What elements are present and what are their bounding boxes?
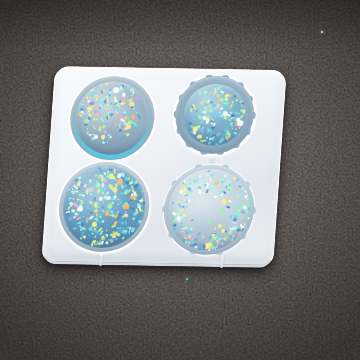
glitter-flake: [106, 141, 108, 143]
glow-sparkle: [122, 99, 127, 103]
glitter-flake: [241, 105, 243, 107]
glitter-flake: [182, 188, 187, 191]
glow-sparkle: [205, 243, 211, 249]
glow-sparkle: [123, 204, 129, 209]
glitter-flake: [171, 201, 174, 204]
glitter-flake: [104, 179, 107, 183]
glow-sparkle: [223, 111, 228, 116]
glitter-flake: [114, 169, 116, 174]
glow-sparkle: [229, 94, 232, 97]
glow-sparkle: [96, 183, 101, 188]
glitter-flake: [96, 241, 97, 244]
glitter-flake: [199, 182, 202, 184]
glow-sparkle: [77, 207, 83, 212]
glitter-flake: [100, 89, 103, 93]
glitter-flake: [187, 240, 191, 244]
glitter-flake: [242, 204, 244, 207]
glitter-flake: [124, 232, 126, 234]
glitter-flake: [115, 185, 117, 187]
glow-sparkle: [197, 134, 201, 138]
glitter-flake: [71, 209, 74, 213]
glitter-flake: [82, 215, 84, 217]
glitter-flake: [212, 104, 216, 107]
glow-sparkle: [117, 174, 122, 178]
glitter-flake: [101, 183, 103, 187]
glitter-flake: [121, 216, 123, 218]
glow-sparkle: [83, 235, 86, 238]
glitter-flake: [98, 127, 101, 132]
glitter-flake: [103, 124, 106, 127]
glitter-flake: [82, 197, 86, 198]
glitter-flake: [204, 184, 207, 187]
glitter-flake: [241, 189, 244, 192]
glow-sparkle: [113, 87, 119, 92]
glitter-flake: [224, 192, 226, 194]
glow-sparkle: [99, 197, 103, 201]
glitter-flake: [68, 216, 71, 220]
glitter-flake: [186, 198, 189, 201]
sprue-channel: [220, 254, 224, 268]
glow-sparkle: [116, 233, 120, 237]
glitter-flake: [224, 173, 226, 176]
glitter-flake: [199, 175, 201, 177]
glitter-flake: [120, 86, 123, 90]
glitter-flake: [182, 192, 186, 194]
photo-scene: [0, 0, 360, 360]
glitter-flake: [202, 177, 204, 180]
glitter-flake: [210, 122, 212, 124]
glitter-flake: [89, 102, 94, 105]
glow-sparkle: [106, 196, 110, 200]
glow-sparkle: [94, 135, 98, 139]
glitter-flake: [104, 108, 107, 111]
mold-cavity-top-right: [170, 72, 260, 157]
glitter-flake: [224, 106, 227, 109]
mold-cavity-bottom-right: [160, 163, 258, 257]
glow-sparkle: [112, 235, 116, 239]
glitter-flake: [72, 197, 74, 200]
glitter-flake: [190, 117, 192, 120]
glitter-flake: [94, 118, 96, 120]
glitter-flake: [235, 179, 238, 182]
glow-sparkle: [117, 180, 123, 186]
glitter-flake: [215, 247, 217, 249]
glitter-flake: [187, 107, 190, 111]
glitter-flake: [229, 215, 232, 218]
mold-cavity-top-left: [65, 73, 159, 162]
glow-sparkle: [176, 217, 181, 221]
glow-sparkle: [87, 106, 92, 111]
glitter-flake: [186, 206, 188, 207]
glitter-flake: [206, 136, 208, 138]
glow-sparkle: [104, 211, 109, 216]
glow-sparkle: [130, 195, 134, 199]
glow-sparkle: [214, 218, 217, 221]
glitter-flake: [76, 198, 79, 200]
glow-sparkle: [131, 115, 136, 119]
glow-sparkle: [207, 220, 211, 223]
glitter-flake: [78, 222, 81, 224]
glow-sparkle: [88, 113, 92, 116]
glitter-flake: [111, 202, 114, 204]
glitter-flake: [90, 96, 92, 98]
glow-sparkle: [84, 119, 89, 124]
glow-sparkle: [237, 121, 243, 127]
glitter-flake: [230, 122, 233, 124]
glitter-flake: [67, 212, 69, 216]
stray-glitter-speck: [186, 278, 188, 280]
glow-sparkle: [226, 132, 229, 135]
mold-cavity-bottom-left: [54, 159, 155, 255]
glow-sparkle: [92, 221, 97, 226]
glitter-flake: [107, 239, 112, 241]
glitter-flake: [235, 106, 237, 109]
glitter-flake: [109, 96, 111, 100]
glitter-flake: [111, 224, 115, 227]
glitter-flake: [89, 179, 92, 183]
silicone-mold: [41, 66, 287, 268]
stray-glitter-speck: [321, 31, 323, 33]
glitter-flake: [109, 173, 111, 175]
glow-sparkle: [74, 212, 77, 215]
glitter-flake: [189, 179, 192, 181]
glitter-flake: [125, 107, 127, 109]
glow-sparkle: [193, 127, 198, 132]
glitter-flake: [88, 227, 93, 231]
glitter-flake: [211, 174, 214, 176]
glitter-flake: [185, 234, 188, 236]
glitter-flake: [224, 236, 228, 239]
glitter-flake: [233, 132, 237, 134]
glow-sparkle: [215, 181, 219, 185]
glitter-flake: [204, 91, 207, 93]
sprue-channel: [99, 252, 103, 266]
glitter-flake: [191, 241, 195, 244]
